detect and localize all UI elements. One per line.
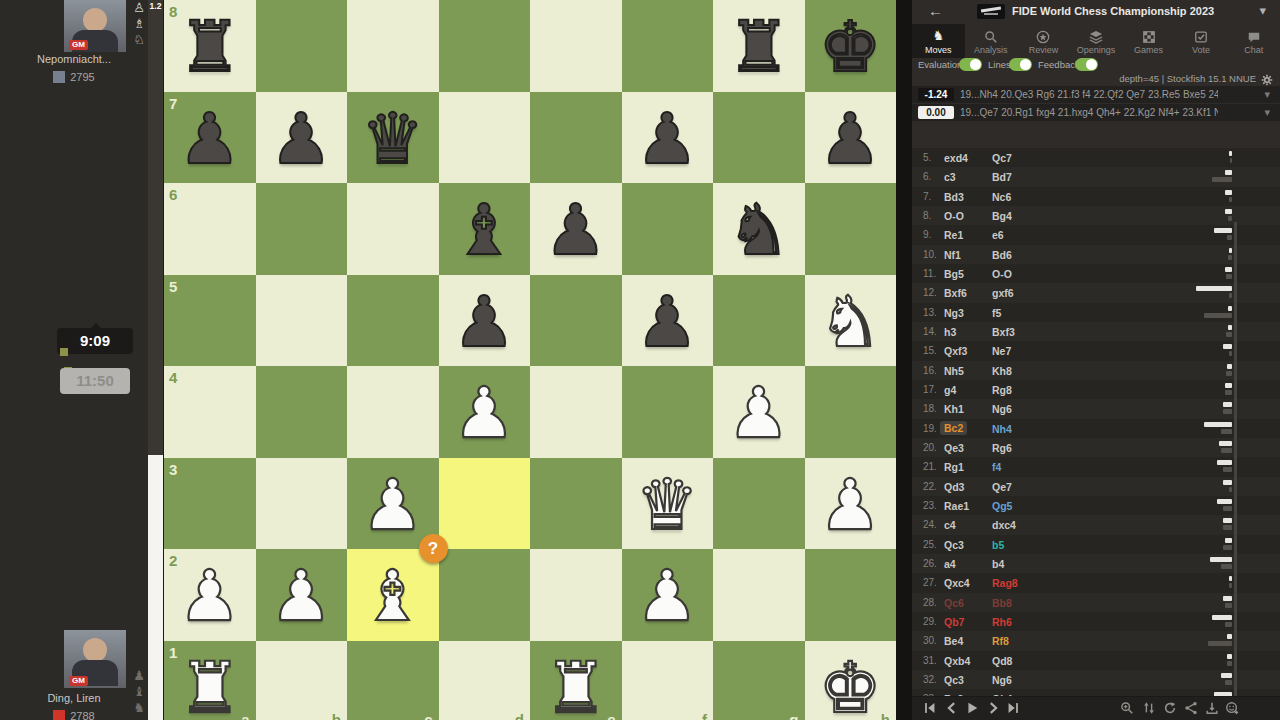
black-knight-g6[interactable]: ♞ — [713, 183, 805, 275]
white-move[interactable]: Be4 — [944, 635, 963, 647]
white-move[interactable]: a4 — [944, 558, 956, 570]
move-number: 15. — [923, 345, 937, 356]
feedback-toggle-label: Feedback — [1038, 59, 1080, 70]
move-row-5: 5.exd4Qc7 — [912, 148, 1280, 167]
white-eval-mini-bar — [1217, 499, 1232, 504]
next-move-button[interactable] — [985, 700, 1001, 716]
white-king-h1[interactable]: ♚ — [805, 641, 897, 720]
move-row-26: 26.a4b4 — [912, 554, 1280, 573]
move-row-21: 21.Rg1f4 — [912, 457, 1280, 476]
white-bishop-c2[interactable]: ♝ — [347, 549, 439, 641]
move-number: 30. — [923, 635, 937, 646]
black-move[interactable]: Qg5 — [992, 500, 1012, 512]
move-number: 19. — [923, 423, 937, 434]
square-c7[interactable]: ♛ — [347, 92, 439, 184]
square-a1[interactable]: 1a♜ — [164, 641, 256, 720]
white-queen-f3[interactable]: ♛ — [622, 458, 714, 550]
square-a2[interactable]: 2♟ — [164, 549, 256, 641]
white-eval-mini-bar — [1227, 364, 1232, 369]
rank-label-4: 4 — [169, 369, 177, 386]
black-eval-mini-bar — [1227, 235, 1232, 240]
move-number: 22. — [923, 481, 937, 492]
black-move[interactable]: Nc6 — [992, 191, 1011, 203]
tab-analysis[interactable]: Analysis — [965, 24, 1018, 58]
engine-line-1-moves: 19...Nh4 20.Qe3 Rg6 21.f3 f4 22.Qf2 Qe7 … — [960, 89, 1218, 100]
black-eval-mini-bar — [1225, 603, 1232, 608]
chess-board: 8♜♜♚7♟♟♛♟♟6♝♟♞5♟♟♞4♟♟3♟♛♟2♟♟♝♟1a♜bcde♜fg… — [164, 0, 896, 720]
square-d7[interactable] — [439, 92, 531, 184]
black-move[interactable]: O-O — [992, 268, 1012, 280]
white-eval-mini-bar — [1223, 518, 1232, 523]
black-king-h8[interactable]: ♚ — [805, 0, 897, 92]
square-e1[interactable]: e♜ — [530, 641, 622, 720]
black-eval-mini-bar — [1221, 564, 1232, 569]
black-eval-mini-bar — [1226, 274, 1232, 279]
white-eval-mini-bar — [1228, 325, 1232, 330]
square-g5[interactable] — [713, 275, 805, 367]
white-move[interactable]: Qc6 — [944, 597, 964, 609]
white-move[interactable]: c3 — [944, 171, 956, 183]
captured-piece-icon: ♙ — [133, 0, 145, 16]
white-pawn-f2[interactable]: ♟ — [622, 549, 714, 641]
black-move[interactable]: Ng6 — [992, 403, 1012, 415]
square-c6[interactable] — [347, 183, 439, 275]
black-eval-mini-bar — [1223, 545, 1232, 550]
move-number: 11. — [923, 268, 936, 279]
flip-board-icon[interactable] — [1142, 700, 1156, 715]
black-move[interactable]: e6 — [992, 229, 1004, 241]
white-eval-mini-bar — [1225, 170, 1232, 175]
move-row-24: 24.c4dxc4 — [912, 515, 1280, 534]
engine-line-1-eval: -1.24 — [918, 88, 954, 101]
white-move[interactable]: g4 — [944, 384, 956, 396]
move-number: 32. — [923, 674, 937, 685]
square-h6[interactable] — [805, 183, 897, 275]
lines-toggle[interactable] — [1009, 58, 1032, 71]
move-number: 13. — [923, 307, 937, 318]
square-d1[interactable]: d — [439, 641, 531, 720]
black-eval-mini-bar — [1204, 313, 1232, 318]
white-eval-mini-bar — [1212, 615, 1232, 620]
ballot-check-icon — [1175, 27, 1228, 45]
white-eval-mini-bar — [1210, 557, 1232, 562]
captured-piece-icon: ♘ — [133, 32, 145, 48]
clock-marker-top — [60, 348, 68, 356]
white-eval-mini-bar — [1225, 267, 1232, 272]
player-bottom-flag — [53, 710, 65, 720]
square-a8[interactable]: 8♜ — [164, 0, 256, 92]
square-g3[interactable] — [713, 458, 805, 550]
file-label-c: c — [424, 711, 432, 720]
layers-icon — [1070, 27, 1123, 45]
square-d6[interactable]: ♝ — [439, 183, 531, 275]
white-move[interactable]: Qxb4 — [944, 655, 970, 667]
move-row-30: 30.Be4Rf8 — [912, 631, 1280, 650]
move-number: 16. — [923, 365, 937, 376]
move-row-18: 18.Kh1Ng6 — [912, 399, 1280, 418]
square-a6[interactable]: 6 — [164, 183, 256, 275]
last-move-button[interactable] — [1005, 700, 1021, 716]
move-row-17: 17.g4Rg8 — [912, 380, 1280, 399]
white-move[interactable]: Ng3 — [944, 307, 964, 319]
white-eval-mini-bar — [1225, 383, 1232, 388]
white-move[interactable]: Rg1 — [944, 461, 964, 473]
white-move[interactable]: Qe3 — [944, 442, 964, 454]
rank-label-6: 6 — [169, 186, 177, 203]
panel-header: ← FIDE World Chess Championship 2023 ▾ — [912, 0, 1280, 24]
black-eval-mini-bar — [1223, 409, 1232, 414]
evaluation-bar: 1.2 — [148, 0, 163, 720]
move-row-27: 27.Qxc4Rag8 — [912, 573, 1280, 592]
square-c1[interactable]: c — [347, 641, 439, 720]
square-a3[interactable]: 3 — [164, 458, 256, 550]
white-eval-mini-bar — [1229, 248, 1232, 253]
chess-analysis-app: GM ♙♗♘ Nepomniacht... 2795 9:09 11:50 GM… — [0, 0, 1280, 720]
player-top-flag — [53, 71, 65, 83]
square-c4[interactable] — [347, 366, 439, 458]
white-eval-mini-bar — [1229, 151, 1232, 156]
black-pawn-d5[interactable]: ♟ — [439, 275, 531, 367]
square-g1[interactable]: g — [713, 641, 805, 720]
black-move[interactable]: Bxf3 — [992, 326, 1015, 338]
black-move[interactable]: Qe7 — [992, 481, 1012, 493]
black-move[interactable]: Rg6 — [992, 442, 1012, 454]
move-number: 7. — [923, 191, 931, 202]
white-eval-mini-bar — [1221, 673, 1232, 678]
tab-openings[interactable]: Openings — [1070, 24, 1123, 58]
black-bishop-d6[interactable]: ♝ — [439, 183, 531, 275]
black-rook-g8[interactable]: ♜ — [713, 0, 805, 92]
move-number: 27. — [923, 577, 937, 588]
black-pawn-e6[interactable]: ♟ — [530, 183, 622, 275]
player-top-avatar[interactable]: GM — [64, 0, 126, 52]
tab-moves[interactable]: ♞ Moves — [912, 24, 965, 58]
square-c2[interactable]: ♝ — [347, 549, 439, 641]
white-eval-mini-bar — [1204, 422, 1232, 427]
black-eval-mini-bar — [1212, 177, 1232, 182]
square-e7[interactable] — [530, 92, 622, 184]
white-move[interactable]: Bxf6 — [944, 287, 967, 299]
move-row-7: 7.Bd3Nc6 — [912, 187, 1280, 206]
square-g4[interactable]: ♟ — [713, 366, 805, 458]
white-eval-mini-bar — [1223, 480, 1232, 485]
move-row-8: 8.O-OBg4 — [912, 206, 1280, 225]
white-pawn-a2[interactable]: ♟ — [164, 549, 256, 641]
white-rook-a1[interactable]: ♜ — [164, 641, 256, 720]
engine-row: depth=45 | Stockfish 15.1 NNUE — [912, 72, 1280, 86]
move-number: 21. — [923, 461, 937, 472]
download-icon[interactable] — [1205, 700, 1219, 715]
black-move[interactable]: Bg4 — [992, 210, 1012, 222]
square-c8[interactable] — [347, 0, 439, 92]
square-b6[interactable] — [256, 183, 348, 275]
square-b3[interactable] — [256, 458, 348, 550]
square-g8[interactable]: ♜ — [713, 0, 805, 92]
engine-toggles: Evaluation Lines Feedback — [912, 58, 1280, 72]
white-move[interactable]: Qc3 — [944, 539, 964, 551]
move-number: 23. — [923, 500, 937, 511]
black-pawn-f5[interactable]: ♟ — [622, 275, 714, 367]
chevron-down-icon[interactable]: ▾ — [1259, 3, 1266, 18]
black-eval-mini-bar — [1223, 467, 1232, 472]
engine-line-2-eval: 0.00 — [918, 106, 954, 119]
black-eval-mini-bar — [1229, 583, 1232, 588]
black-move[interactable]: Kh8 — [992, 365, 1012, 377]
left-sidebar: GM ♙♗♘ Nepomniacht... 2795 9:09 11:50 GM… — [0, 0, 148, 720]
move-row-16: 16.Nh5Kh8 — [912, 361, 1280, 380]
black-move[interactable]: b4 — [992, 558, 1004, 570]
engine-line-1[interactable]: -1.24 19...Nh4 20.Qe3 Rg6 21.f3 f4 22.Qf… — [912, 86, 1280, 103]
black-move[interactable]: Rh6 — [992, 616, 1012, 628]
square-e5[interactable] — [530, 275, 622, 367]
feedback-toggle[interactable] — [1075, 58, 1098, 71]
white-move[interactable]: O-O — [944, 210, 964, 222]
white-eval-mini-bar — [1219, 441, 1232, 446]
square-f7[interactable]: ♟ — [622, 92, 714, 184]
white-move[interactable]: Qd3 — [944, 481, 964, 493]
panel-footer — [912, 696, 1280, 720]
white-move[interactable]: exd4 — [944, 152, 968, 164]
black-move[interactable]: Bd6 — [992, 249, 1012, 261]
square-b2[interactable]: ♟ — [256, 549, 348, 641]
player-bottom-name[interactable]: Ding, Liren — [0, 692, 148, 704]
black-move[interactable]: dxc4 — [992, 519, 1016, 531]
square-b5[interactable] — [256, 275, 348, 367]
black-eval-mini-bar — [1208, 641, 1232, 646]
black-move[interactable]: f4 — [992, 461, 1001, 473]
square-b1[interactable]: b — [256, 641, 348, 720]
move-row-13: 13.Ng3f5 — [912, 303, 1280, 322]
tab-vote[interactable]: Vote — [1175, 24, 1228, 58]
black-eval-mini-bar — [1227, 661, 1232, 666]
white-move[interactable]: Qc3 — [944, 674, 964, 686]
black-eval-mini-bar — [1225, 622, 1232, 627]
black-eval-mini-bar — [1221, 429, 1232, 434]
square-h8[interactable]: ♚ — [805, 0, 897, 92]
emoji-icon[interactable] — [1225, 700, 1239, 715]
move-number: 20. — [923, 442, 937, 453]
square-d2[interactable] — [439, 549, 531, 641]
white-eval-mini-bar — [1223, 344, 1232, 349]
black-pawn-h7[interactable]: ♟ — [805, 92, 897, 184]
player-bottom-title-badge: GM — [69, 676, 88, 686]
square-e8[interactable] — [530, 0, 622, 92]
white-move[interactable]: h3 — [944, 326, 956, 338]
square-f2[interactable]: ♟ — [622, 549, 714, 641]
square-g7[interactable] — [713, 92, 805, 184]
square-h5[interactable]: ♞ — [805, 275, 897, 367]
black-move[interactable]: b5 — [992, 539, 1004, 551]
square-e2[interactable] — [530, 549, 622, 641]
move-row-25: 25.Qc3b5 — [912, 535, 1280, 554]
file-label-b: b — [332, 711, 341, 720]
square-b7[interactable]: ♟ — [256, 92, 348, 184]
black-move[interactable]: Rg8 — [992, 384, 1012, 396]
black-move[interactable]: Rf8 — [992, 635, 1009, 647]
move-annotation-mistake: ? — [419, 534, 448, 563]
black-pawn-a7[interactable]: ♟ — [164, 92, 256, 184]
white-eval-mini-bar — [1223, 402, 1232, 407]
square-f8[interactable] — [622, 0, 714, 92]
square-g6[interactable]: ♞ — [713, 183, 805, 275]
black-eval-mini-bar — [1226, 332, 1232, 337]
back-arrow-icon[interactable]: ← — [928, 2, 943, 19]
white-move[interactable]: Bd3 — [944, 191, 964, 203]
move-number: 17. — [923, 384, 937, 395]
black-eval-mini-bar — [1225, 390, 1232, 395]
white-move[interactable]: Bg5 — [944, 268, 964, 280]
rotate-refresh-icon[interactable] — [1163, 700, 1177, 715]
black-move[interactable]: Qc7 — [992, 152, 1012, 164]
white-move[interactable]: Qxf3 — [944, 345, 967, 357]
black-rook-a8[interactable]: ♜ — [164, 0, 256, 92]
tab-games[interactable]: Games — [1122, 24, 1175, 58]
analysis-panel: 5.exd4Qc76.c3Bd77.Bd3Nc68.O-OBg49.Re1e61… — [912, 0, 1280, 720]
square-c5[interactable] — [347, 275, 439, 367]
move-number: 31. — [923, 655, 937, 666]
white-move[interactable]: c4 — [944, 519, 956, 531]
white-eval-mini-bar — [1225, 209, 1232, 214]
white-pawn-d4[interactable]: ♟ — [439, 366, 531, 458]
square-a7[interactable]: 7♟ — [164, 92, 256, 184]
player-bottom-avatar[interactable]: GM — [64, 630, 126, 688]
move-number: 25. — [923, 539, 937, 550]
black-move[interactable]: gxf6 — [992, 287, 1014, 299]
square-h2[interactable] — [805, 549, 897, 641]
square-f4[interactable] — [622, 366, 714, 458]
panel-tabs: ♞ Moves Analysis Review Openings Games — [912, 24, 1280, 58]
white-move[interactable]: Re1 — [944, 229, 963, 241]
square-a4[interactable]: 4 — [164, 366, 256, 458]
move-number: 10. — [923, 249, 937, 260]
black-move[interactable]: Nh4 — [992, 423, 1012, 435]
white-eval-mini-bar — [1228, 306, 1232, 311]
tab-review[interactable]: Review — [1017, 24, 1070, 58]
move-number: 8. — [923, 210, 931, 221]
black-move[interactable]: Rag8 — [992, 577, 1018, 589]
black-eval-mini-bar — [1229, 197, 1232, 202]
square-d4[interactable]: ♟ — [439, 366, 531, 458]
black-move[interactable]: Qd8 — [992, 655, 1012, 667]
square-b4[interactable] — [256, 366, 348, 458]
move-row-10: 10.Nf1Bd6 — [912, 245, 1280, 264]
share-icon[interactable] — [1184, 700, 1198, 715]
white-pawn-g4[interactable]: ♟ — [713, 366, 805, 458]
captured-pieces-top: ♙♗♘ — [131, 0, 147, 48]
square-h3[interactable]: ♟ — [805, 458, 897, 550]
black-eval-mini-bar — [1229, 487, 1232, 492]
move-row-20: 20.Qe3Rg6 — [912, 438, 1280, 457]
black-move[interactable]: f5 — [992, 307, 1001, 319]
square-e4[interactable] — [530, 366, 622, 458]
captured-piece-icon: ♟ — [133, 668, 145, 684]
square-d5[interactable]: ♟ — [439, 275, 531, 367]
engine-line-2[interactable]: 0.00 19...Qe7 20.Rg1 fxg4 21.hxg4 Qh4+ 2… — [912, 104, 1280, 121]
player-top-name[interactable]: Nepomniacht... — [0, 53, 148, 65]
evaluation-toggle[interactable] — [959, 58, 982, 71]
rank-label-3: 3 — [169, 461, 177, 478]
move-number: 18. — [923, 403, 937, 414]
white-move[interactable]: Kh1 — [944, 403, 964, 415]
white-move[interactable]: Bc2 — [940, 421, 967, 435]
move-row-23: 23.Rae1Qg5 — [912, 496, 1280, 515]
move-number: 12. — [923, 287, 937, 298]
square-f5[interactable]: ♟ — [622, 275, 714, 367]
white-move[interactable]: Rae1 — [944, 500, 969, 512]
white-rook-e1[interactable]: ♜ — [530, 641, 622, 720]
white-move[interactable]: Nh5 — [944, 365, 964, 377]
black-move[interactable]: Ng6 — [992, 674, 1012, 686]
chevron-down-icon[interactable]: ▾ — [1264, 106, 1270, 119]
square-h1[interactable]: h♚ — [805, 641, 897, 720]
square-e6[interactable]: ♟ — [530, 183, 622, 275]
move-number: 26. — [923, 558, 937, 569]
file-label-d: d — [515, 711, 524, 720]
move-number: 5. — [923, 152, 931, 163]
black-eval-mini-bar — [1228, 216, 1232, 221]
square-a5[interactable]: 5 — [164, 275, 256, 367]
white-pawn-b2[interactable]: ♟ — [256, 549, 348, 641]
white-knight-h5[interactable]: ♞ — [805, 275, 897, 367]
knight-icon: ♞ — [912, 27, 965, 45]
black-move[interactable]: Bb8 — [992, 597, 1012, 609]
square-g2[interactable] — [713, 549, 805, 641]
captured-piece-icon: ♗ — [133, 16, 145, 32]
black-move[interactable]: Bd7 — [992, 171, 1012, 183]
move-row-31: 31.Qxb4Qd8 — [912, 651, 1280, 670]
square-f6[interactable] — [622, 183, 714, 275]
event-title: FIDE World Chess Championship 2023 — [1012, 5, 1214, 17]
white-move[interactable]: Nf1 — [944, 249, 961, 261]
star-circle-icon — [1017, 27, 1070, 45]
event-logo — [977, 4, 1005, 19]
magnifier-icon — [965, 27, 1018, 45]
square-e3[interactable] — [530, 458, 622, 550]
evaluation-toggle-label: Evaluation — [918, 59, 962, 70]
tab-chat[interactable]: Chat — [1227, 24, 1280, 58]
white-pawn-h3[interactable]: ♟ — [805, 458, 897, 550]
square-d8[interactable] — [439, 0, 531, 92]
black-move[interactable]: Ne7 — [992, 345, 1011, 357]
black-queen-c7[interactable]: ♛ — [347, 92, 439, 184]
white-move[interactable]: Qb7 — [944, 616, 964, 628]
square-d3[interactable] — [439, 458, 531, 550]
previous-move-button[interactable] — [944, 700, 960, 716]
move-number: 14. — [923, 326, 937, 337]
chevron-down-icon[interactable]: ▾ — [1264, 88, 1270, 101]
checkerboard-icon — [1122, 27, 1175, 45]
black-pawn-f7[interactable]: ♟ — [622, 92, 714, 184]
play-button[interactable] — [964, 700, 980, 716]
square-b8[interactable] — [256, 0, 348, 92]
file-label-f: f — [702, 711, 707, 720]
move-list-scrollbar[interactable] — [1234, 222, 1237, 700]
white-move[interactable]: Qxc4 — [944, 577, 970, 589]
black-eval-mini-bar — [1223, 525, 1232, 530]
first-move-button[interactable] — [922, 700, 938, 716]
zoom-search-icon[interactable] — [1120, 700, 1134, 715]
square-f1[interactable]: f — [622, 641, 714, 720]
lines-toggle-label: Lines — [988, 59, 1011, 70]
player-top-rating: 2795 — [0, 71, 148, 83]
player-top-title-badge: GM — [69, 40, 88, 50]
move-row-19: 19.Bc2Nh4 — [912, 419, 1280, 438]
black-pawn-b7[interactable]: ♟ — [256, 92, 348, 184]
square-h4[interactable] — [805, 366, 897, 458]
move-number: 6. — [923, 171, 931, 182]
square-f3[interactable]: ♛ — [622, 458, 714, 550]
square-h7[interactable]: ♟ — [805, 92, 897, 184]
